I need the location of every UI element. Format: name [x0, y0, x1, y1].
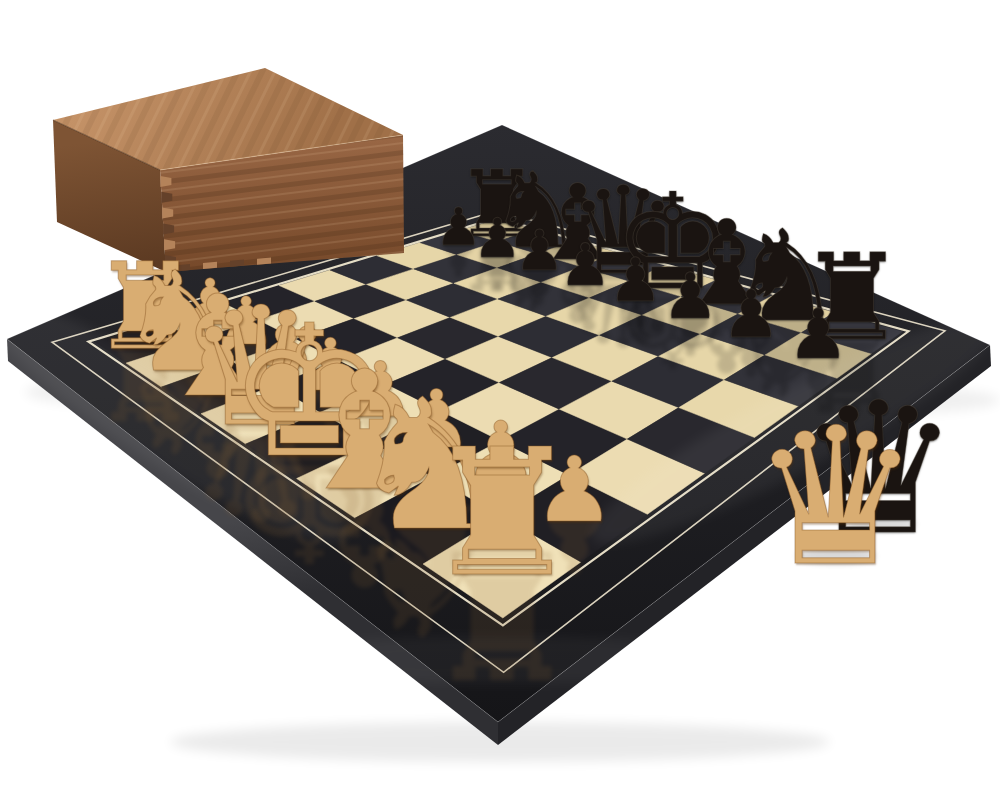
chess-board-and-box-graphic	[0, 0, 1000, 800]
gloss-highlight	[260, 636, 740, 684]
spare-queen-shadows	[796, 517, 916, 564]
wooden-piece-box	[53, 68, 404, 272]
chess-set-product-photo: ♜♜♞♞♝♝♛♛♚♚♝♝♞♞♜♜♟♟♟♟♟♟♟♟♟♟♟♟♟♟♟♟♟♟♟♟♟♟♟♟…	[0, 0, 1000, 800]
box-dovetail-joint	[257, 258, 271, 265]
box-dovetail-joint	[230, 260, 244, 267]
box-dovetail-joint	[203, 262, 217, 269]
box-dovetail-joint	[176, 264, 190, 271]
